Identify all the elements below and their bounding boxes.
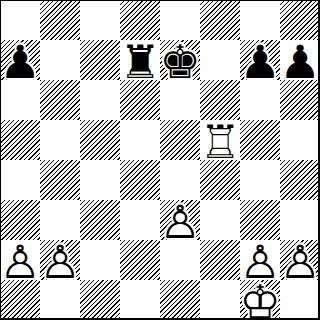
square-b5[interactable] <box>40 120 80 160</box>
black-pawn-icon: ♟ <box>0 39 41 85</box>
square-e5[interactable] <box>160 120 200 160</box>
square-e7[interactable]: ♚♚ <box>160 40 200 80</box>
white-pawn-icon: ♙ <box>279 239 320 285</box>
square-a2[interactable]: ♟♙ <box>0 240 40 280</box>
black-pawn-icon: ♟ <box>279 39 320 85</box>
square-g5[interactable] <box>240 120 280 160</box>
white-pawn-icon: ♙ <box>0 239 41 285</box>
square-b7[interactable] <box>40 40 80 80</box>
board-grid: ♟♟♜♜♚♚♟♟♟♟♜♖♟♙♟♙♟♙♟♙♟♙♚♔ <box>0 0 320 320</box>
square-c3[interactable] <box>80 200 120 240</box>
white-pawn-icon: ♙ <box>159 199 200 245</box>
square-f8[interactable] <box>200 0 240 40</box>
square-b4[interactable] <box>40 160 80 200</box>
piece-white-pawn[interactable]: ♟♙ <box>160 200 200 240</box>
square-c1[interactable] <box>80 280 120 320</box>
square-d3[interactable] <box>120 200 160 240</box>
square-h7[interactable]: ♟♟ <box>280 40 320 80</box>
piece-white-pawn[interactable]: ♟♙ <box>280 240 320 280</box>
square-a4[interactable] <box>0 160 40 200</box>
piece-white-pawn[interactable]: ♟♙ <box>40 240 80 280</box>
piece-white-rook[interactable]: ♜♖ <box>200 120 240 160</box>
square-h2[interactable]: ♟♙ <box>280 240 320 280</box>
square-f7[interactable] <box>200 40 240 80</box>
square-d2[interactable] <box>120 240 160 280</box>
square-f2[interactable] <box>200 240 240 280</box>
square-g7[interactable]: ♟♟ <box>240 40 280 80</box>
square-c2[interactable] <box>80 240 120 280</box>
square-g1[interactable]: ♚♔ <box>240 280 280 320</box>
square-c5[interactable] <box>80 120 120 160</box>
piece-black-pawn[interactable]: ♟♟ <box>0 40 40 80</box>
square-b2[interactable]: ♟♙ <box>40 240 80 280</box>
square-f1[interactable] <box>200 280 240 320</box>
square-b8[interactable] <box>40 0 80 40</box>
square-e3[interactable]: ♟♙ <box>160 200 200 240</box>
black-pawn-icon: ♟ <box>239 39 280 85</box>
square-a5[interactable] <box>0 120 40 160</box>
white-king-icon: ♔ <box>239 279 280 320</box>
square-e1[interactable] <box>160 280 200 320</box>
chess-board: ♟♟♜♜♚♚♟♟♟♟♜♖♟♙♟♙♟♙♟♙♟♙♚♔ <box>0 0 320 320</box>
square-h4[interactable] <box>280 160 320 200</box>
square-b6[interactable] <box>40 80 80 120</box>
piece-black-pawn[interactable]: ♟♟ <box>240 40 280 80</box>
piece-white-king[interactable]: ♚♔ <box>240 280 280 320</box>
white-rook-icon: ♖ <box>199 119 240 165</box>
square-c8[interactable] <box>80 0 120 40</box>
piece-black-pawn[interactable]: ♟♟ <box>280 40 320 80</box>
white-pawn-icon: ♙ <box>39 239 80 285</box>
square-c4[interactable] <box>80 160 120 200</box>
piece-black-rook[interactable]: ♜♜ <box>120 40 160 80</box>
square-h5[interactable] <box>280 120 320 160</box>
square-f3[interactable] <box>200 200 240 240</box>
square-a7[interactable]: ♟♟ <box>0 40 40 80</box>
piece-white-pawn[interactable]: ♟♙ <box>0 240 40 280</box>
square-c7[interactable] <box>80 40 120 80</box>
black-king-icon: ♚ <box>159 39 200 85</box>
square-f5[interactable]: ♜♖ <box>200 120 240 160</box>
square-d4[interactable] <box>120 160 160 200</box>
piece-black-king[interactable]: ♚♚ <box>160 40 200 80</box>
square-d5[interactable] <box>120 120 160 160</box>
square-c6[interactable] <box>80 80 120 120</box>
black-rook-icon: ♜ <box>119 39 160 85</box>
square-d7[interactable]: ♜♜ <box>120 40 160 80</box>
square-g4[interactable] <box>240 160 280 200</box>
square-d1[interactable] <box>120 280 160 320</box>
